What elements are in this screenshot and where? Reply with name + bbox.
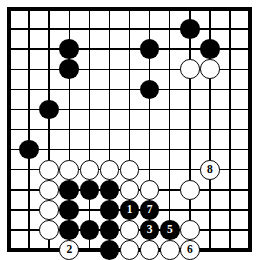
intersection-13-1[interactable] <box>240 0 260 19</box>
intersection-6-4[interactable] <box>99 59 119 79</box>
intersection-13-10[interactable] <box>240 180 260 200</box>
intersection-5-5[interactable] <box>79 79 99 99</box>
intersection-13-13[interactable] <box>240 240 260 260</box>
intersection-10-10[interactable] <box>180 180 200 200</box>
intersection-6-8[interactable] <box>99 140 119 160</box>
intersection-8-4[interactable] <box>140 59 160 79</box>
intersection-9-13[interactable] <box>160 240 180 260</box>
white-stone-11-9-move-8[interactable]: 8 <box>200 160 220 180</box>
intersection-12-4[interactable] <box>220 59 240 79</box>
black-stone-7-11-move-1[interactable]: 1 <box>120 200 140 220</box>
intersection-12-9[interactable] <box>220 160 240 180</box>
intersection-7-9[interactable] <box>120 160 140 180</box>
move-number: 1 <box>127 204 133 216</box>
black-stone-4-3[interactable] <box>59 39 79 59</box>
intersection-8-8[interactable] <box>140 140 160 160</box>
intersection-8-5[interactable] <box>140 79 160 99</box>
intersection-12-12[interactable] <box>220 220 240 240</box>
intersection-10-8[interactable] <box>180 140 200 160</box>
white-stone-7-12[interactable] <box>120 220 140 240</box>
intersection-10-11[interactable] <box>180 200 200 220</box>
intersection-7-11[interactable]: 1 <box>120 200 140 220</box>
intersection-11-13[interactable] <box>200 240 220 260</box>
intersection-9-12[interactable]: 5 <box>160 220 180 240</box>
intersection-9-6[interactable] <box>160 99 180 119</box>
intersection-4-1[interactable] <box>59 0 79 19</box>
intersection-10-4[interactable] <box>180 59 200 79</box>
intersection-11-10[interactable] <box>200 180 220 200</box>
intersection-9-2[interactable] <box>160 19 180 39</box>
white-stone-9-13[interactable] <box>160 240 180 260</box>
intersection-5-12[interactable] <box>79 220 99 240</box>
intersection-6-7[interactable] <box>99 120 119 140</box>
intersection-11-11[interactable] <box>200 200 220 220</box>
intersection-10-9[interactable] <box>180 160 200 180</box>
intersection-10-13[interactable]: 6 <box>180 240 200 260</box>
intersection-6-2[interactable] <box>99 19 119 39</box>
intersection-3-1[interactable] <box>39 0 59 19</box>
move-number: 8 <box>207 164 213 176</box>
intersection-2-13[interactable] <box>19 240 39 260</box>
intersection-11-1[interactable] <box>200 0 220 19</box>
intersection-2-1[interactable] <box>19 0 39 19</box>
intersection-4-8[interactable] <box>59 140 79 160</box>
black-stone-11-3[interactable] <box>200 39 220 59</box>
intersection-13-9[interactable] <box>240 160 260 180</box>
intersection-7-7[interactable] <box>120 120 140 140</box>
white-stone-3-11[interactable] <box>39 200 59 220</box>
intersection-5-9[interactable] <box>79 160 99 180</box>
intersection-10-7[interactable] <box>180 120 200 140</box>
intersection-8-1[interactable] <box>140 0 160 19</box>
black-stone-4-10[interactable] <box>59 180 79 200</box>
intersection-8-7[interactable] <box>140 120 160 140</box>
intersection-9-9[interactable] <box>160 160 180 180</box>
intersection-7-6[interactable] <box>120 99 140 119</box>
intersection-13-7[interactable] <box>240 120 260 140</box>
intersection-3-10[interactable] <box>39 180 59 200</box>
move-number: 7 <box>147 204 153 216</box>
intersection-7-5[interactable] <box>120 79 140 99</box>
intersection-1-12[interactable] <box>0 220 19 240</box>
intersection-4-13[interactable]: 2 <box>59 240 79 260</box>
intersection-2-9[interactable] <box>19 160 39 180</box>
intersection-9-1[interactable] <box>160 0 180 19</box>
intersection-12-10[interactable] <box>220 180 240 200</box>
intersection-12-6[interactable] <box>220 99 240 119</box>
intersection-1-10[interactable] <box>0 180 19 200</box>
white-stone-5-9[interactable] <box>80 160 100 180</box>
intersection-6-13[interactable] <box>99 240 119 260</box>
intersection-3-9[interactable] <box>39 160 59 180</box>
intersection-5-8[interactable] <box>79 140 99 160</box>
intersection-3-6[interactable] <box>39 99 59 119</box>
intersection-1-6[interactable] <box>0 99 19 119</box>
intersection-5-11[interactable] <box>79 200 99 220</box>
intersection-6-6[interactable] <box>99 99 119 119</box>
intersection-3-12[interactable] <box>39 220 59 240</box>
white-stone-8-10[interactable] <box>140 180 160 200</box>
intersection-9-4[interactable] <box>160 59 180 79</box>
intersection-10-5[interactable] <box>180 79 200 99</box>
intersection-11-2[interactable] <box>200 19 220 39</box>
intersection-10-6[interactable] <box>180 99 200 119</box>
intersection-13-4[interactable] <box>240 59 260 79</box>
move-number: 3 <box>147 224 153 236</box>
intersection-12-3[interactable] <box>220 39 240 59</box>
intersection-1-8[interactable] <box>0 140 19 160</box>
white-stone-4-9[interactable] <box>59 160 79 180</box>
intersection-2-2[interactable] <box>19 19 39 39</box>
intersection-2-5[interactable] <box>19 79 39 99</box>
intersection-9-7[interactable] <box>160 120 180 140</box>
intersection-7-3[interactable] <box>120 39 140 59</box>
white-stone-10-13-move-6[interactable]: 6 <box>180 240 200 260</box>
intersection-9-10[interactable] <box>160 180 180 200</box>
white-stone-8-13[interactable] <box>140 240 160 260</box>
intersection-5-1[interactable] <box>79 0 99 19</box>
intersection-4-6[interactable] <box>59 99 79 119</box>
intersection-6-5[interactable] <box>99 79 119 99</box>
intersection-1-11[interactable] <box>0 200 19 220</box>
intersection-4-5[interactable] <box>59 79 79 99</box>
intersection-7-1[interactable] <box>120 0 140 19</box>
black-stone-5-10[interactable] <box>80 180 100 200</box>
intersection-5-4[interactable] <box>79 59 99 79</box>
intersection-11-8[interactable] <box>200 140 220 160</box>
intersection-6-10[interactable] <box>99 180 119 200</box>
intersection-2-4[interactable] <box>19 59 39 79</box>
intersection-8-9[interactable] <box>140 160 160 180</box>
white-stone-3-12[interactable] <box>39 220 59 240</box>
intersection-6-11[interactable] <box>99 200 119 220</box>
intersection-4-4[interactable] <box>59 59 79 79</box>
intersection-11-3[interactable] <box>200 39 220 59</box>
intersection-3-4[interactable] <box>39 59 59 79</box>
intersection-7-13[interactable] <box>120 240 140 260</box>
intersection-5-10[interactable] <box>79 180 99 200</box>
white-stone-6-9[interactable] <box>100 160 120 180</box>
move-number: 2 <box>66 244 72 256</box>
intersection-6-3[interactable] <box>99 39 119 59</box>
black-stone-8-5[interactable] <box>140 80 160 100</box>
intersection-8-6[interactable] <box>140 99 160 119</box>
intersection-8-10[interactable] <box>140 180 160 200</box>
black-stone-4-4[interactable] <box>59 59 79 79</box>
intersection-2-12[interactable] <box>19 220 39 240</box>
intersection-13-2[interactable] <box>240 19 260 39</box>
intersection-3-7[interactable] <box>39 120 59 140</box>
intersection-13-8[interactable] <box>240 140 260 160</box>
white-stone-3-10[interactable] <box>39 180 59 200</box>
intersection-9-11[interactable] <box>160 200 180 220</box>
move-number: 6 <box>187 244 193 256</box>
intersection-11-9[interactable]: 8 <box>200 160 220 180</box>
intersection-8-3[interactable] <box>140 39 160 59</box>
intersection-5-3[interactable] <box>79 39 99 59</box>
white-stone-4-13-move-2[interactable]: 2 <box>59 240 79 260</box>
intersection-6-1[interactable] <box>99 0 119 19</box>
intersection-1-13[interactable] <box>0 240 19 260</box>
intersection-10-1[interactable] <box>180 0 200 19</box>
intersection-5-2[interactable] <box>79 19 99 39</box>
black-stone-2-8[interactable] <box>19 140 39 160</box>
black-stone-6-11[interactable] <box>100 200 120 220</box>
black-stone-3-6[interactable] <box>39 100 59 120</box>
intersection-5-7[interactable] <box>79 120 99 140</box>
intersection-8-2[interactable] <box>140 19 160 39</box>
intersection-12-7[interactable] <box>220 120 240 140</box>
intersection-5-13[interactable] <box>79 240 99 260</box>
intersection-10-3[interactable] <box>180 39 200 59</box>
black-stone-8-12-move-3[interactable]: 3 <box>140 220 160 240</box>
intersection-6-9[interactable] <box>99 160 119 180</box>
intersection-3-2[interactable] <box>39 19 59 39</box>
intersection-2-11[interactable] <box>19 200 39 220</box>
intersection-4-3[interactable] <box>59 39 79 59</box>
black-stone-8-11-move-7[interactable]: 7 <box>140 200 160 220</box>
intersection-13-5[interactable] <box>240 79 260 99</box>
intersection-10-2[interactable] <box>180 19 200 39</box>
intersection-7-10[interactable] <box>120 180 140 200</box>
intersection-4-2[interactable] <box>59 19 79 39</box>
black-stone-8-3[interactable] <box>140 39 160 59</box>
black-stone-4-11[interactable] <box>59 200 79 220</box>
black-stone-6-10[interactable] <box>100 180 120 200</box>
black-stone-5-12[interactable] <box>80 220 100 240</box>
intersection-2-8[interactable] <box>19 140 39 160</box>
intersection-1-7[interactable] <box>0 120 19 140</box>
intersection-9-8[interactable] <box>160 140 180 160</box>
intersection-4-9[interactable] <box>59 160 79 180</box>
intersection-11-4[interactable] <box>200 59 220 79</box>
white-stone-10-10[interactable] <box>180 180 200 200</box>
intersection-3-13[interactable] <box>39 240 59 260</box>
white-stone-3-9[interactable] <box>39 160 59 180</box>
intersection-13-12[interactable] <box>240 220 260 240</box>
black-stone-6-13[interactable] <box>100 240 120 260</box>
intersection-11-5[interactable] <box>200 79 220 99</box>
intersection-5-6[interactable] <box>79 99 99 119</box>
intersection-3-11[interactable] <box>39 200 59 220</box>
intersection-13-6[interactable] <box>240 99 260 119</box>
intersection-12-13[interactable] <box>220 240 240 260</box>
intersection-13-3[interactable] <box>240 39 260 59</box>
intersection-2-6[interactable] <box>19 99 39 119</box>
intersection-13-11[interactable] <box>240 200 260 220</box>
white-stone-10-4[interactable] <box>180 59 200 79</box>
white-stone-10-12[interactable] <box>180 220 200 240</box>
intersection-2-3[interactable] <box>19 39 39 59</box>
intersection-7-8[interactable] <box>120 140 140 160</box>
intersection-7-12[interactable] <box>120 220 140 240</box>
intersection-1-2[interactable] <box>0 19 19 39</box>
black-stone-4-12[interactable] <box>59 220 79 240</box>
intersection-2-10[interactable] <box>19 180 39 200</box>
intersection-4-10[interactable] <box>59 180 79 200</box>
intersection-12-2[interactable] <box>220 19 240 39</box>
black-stone-10-2[interactable] <box>180 19 200 39</box>
intersection-8-12[interactable]: 3 <box>140 220 160 240</box>
intersection-8-13[interactable] <box>140 240 160 260</box>
intersection-1-1[interactable] <box>0 0 19 19</box>
intersection-1-9[interactable] <box>0 160 19 180</box>
black-stone-9-12-move-5[interactable]: 5 <box>160 220 180 240</box>
intersection-11-6[interactable] <box>200 99 220 119</box>
intersection-4-11[interactable] <box>59 200 79 220</box>
intersection-2-7[interactable] <box>19 120 39 140</box>
go-diagram: 8173526 <box>0 0 260 260</box>
intersection-12-5[interactable] <box>220 79 240 99</box>
intersection-4-12[interactable] <box>59 220 79 240</box>
intersection-11-7[interactable] <box>200 120 220 140</box>
white-stone-11-4[interactable] <box>200 59 220 79</box>
intersection-12-8[interactable] <box>220 140 240 160</box>
intersection-1-5[interactable] <box>0 79 19 99</box>
intersection-10-12[interactable] <box>180 220 200 240</box>
intersection-6-12[interactable] <box>99 220 119 240</box>
intersection-11-12[interactable] <box>200 220 220 240</box>
white-stone-7-13[interactable] <box>120 240 140 260</box>
intersection-8-11[interactable]: 7 <box>140 200 160 220</box>
intersection-7-4[interactable] <box>120 59 140 79</box>
intersection-3-3[interactable] <box>39 39 59 59</box>
intersection-9-3[interactable] <box>160 39 180 59</box>
go-board: 8173526 <box>0 0 260 260</box>
move-number: 5 <box>167 224 173 236</box>
intersection-1-4[interactable] <box>0 59 19 79</box>
intersection-7-2[interactable] <box>120 19 140 39</box>
black-stone-6-12[interactable] <box>100 220 120 240</box>
intersection-12-1[interactable] <box>220 0 240 19</box>
intersection-1-3[interactable] <box>0 39 19 59</box>
white-stone-7-10[interactable] <box>120 180 140 200</box>
intersection-4-7[interactable] <box>59 120 79 140</box>
intersection-12-11[interactable] <box>220 200 240 220</box>
white-stone-7-9[interactable] <box>120 160 140 180</box>
intersection-3-5[interactable] <box>39 79 59 99</box>
intersection-3-8[interactable] <box>39 140 59 160</box>
intersection-9-5[interactable] <box>160 79 180 99</box>
